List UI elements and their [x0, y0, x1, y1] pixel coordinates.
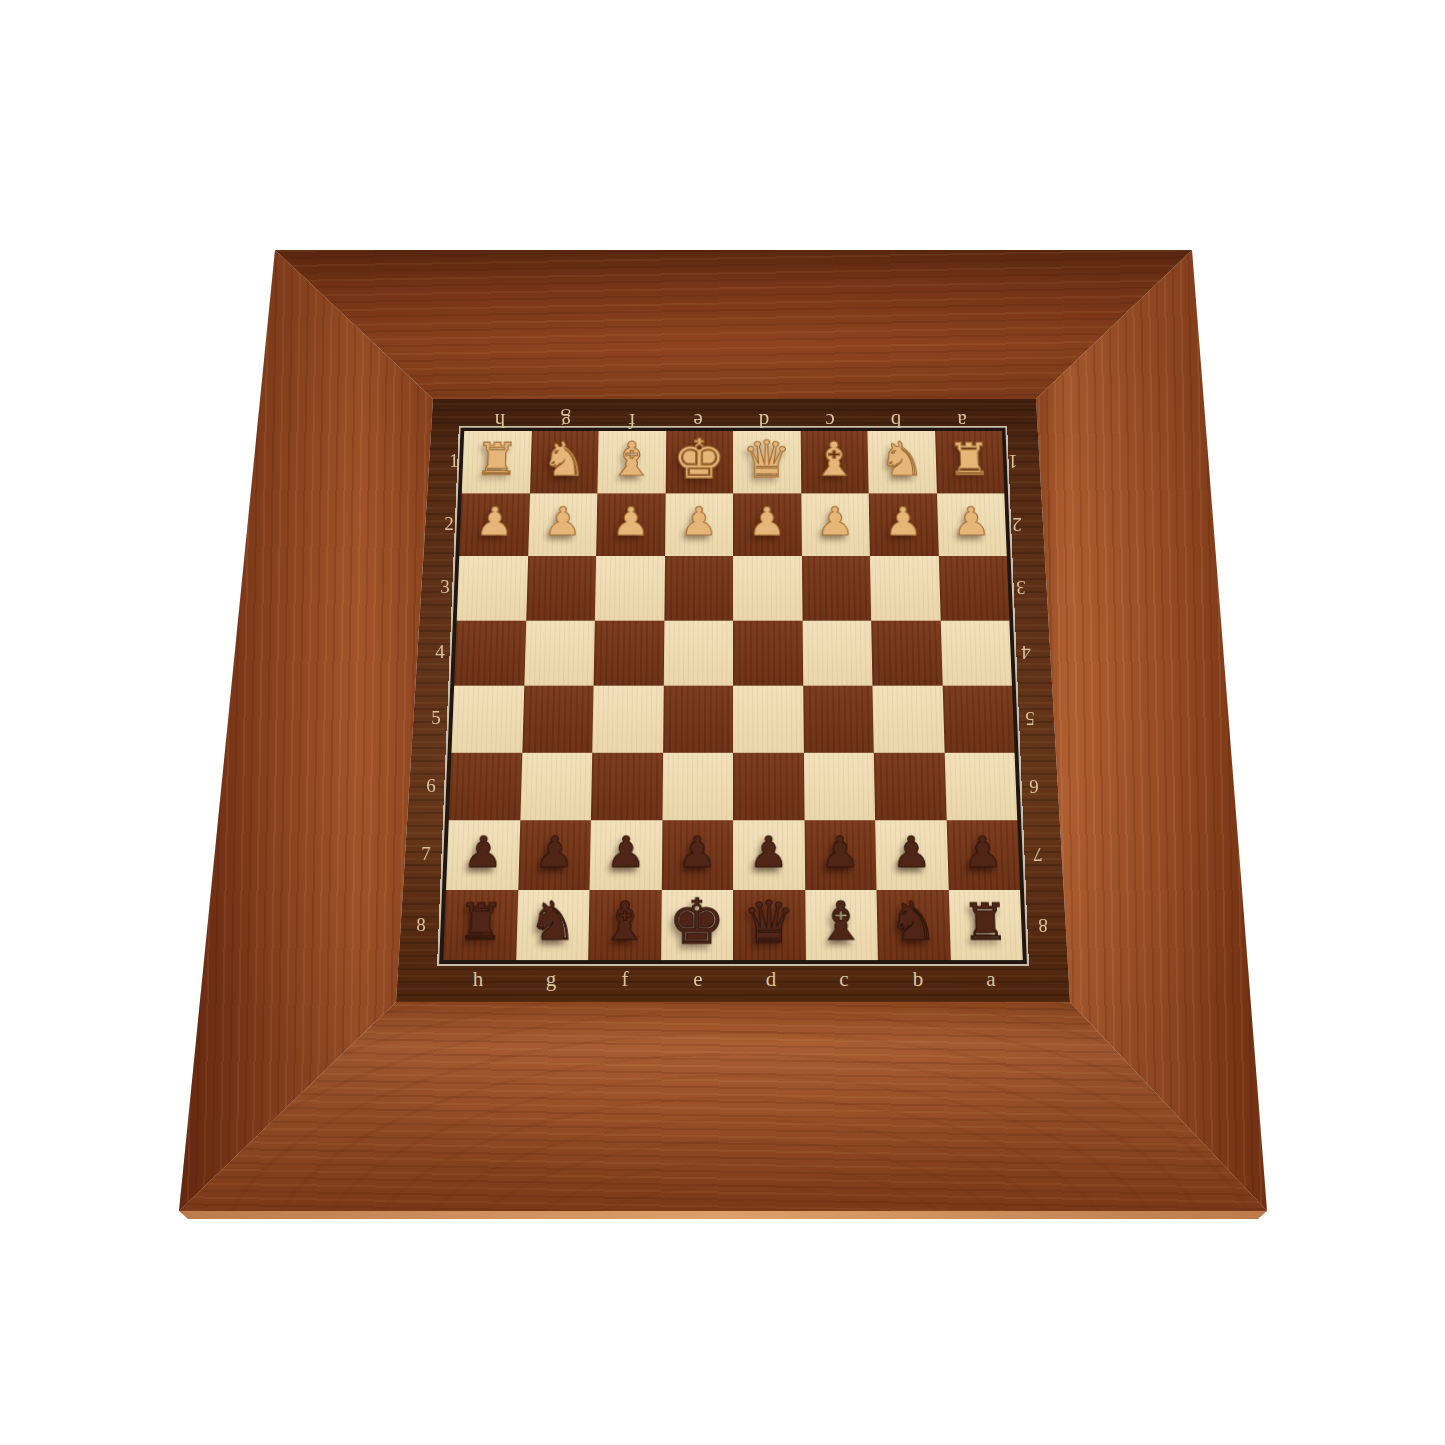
- square-e4[interactable]: [663, 620, 733, 685]
- square-f6[interactable]: [591, 752, 663, 820]
- rank-label-left-3: 3: [440, 576, 450, 598]
- file-label-top-d: d: [759, 408, 770, 433]
- square-b1[interactable]: ♞: [867, 431, 936, 493]
- rank-label-left-4: 4: [435, 641, 445, 663]
- file-label-top-g: g: [561, 408, 572, 433]
- square-g7[interactable]: ♟: [518, 820, 591, 889]
- rank-label-left-7: 7: [421, 843, 431, 865]
- rank-label-right-7: 7: [1033, 843, 1043, 865]
- square-c4[interactable]: [802, 620, 872, 685]
- square-c7[interactable]: ♟: [804, 820, 876, 889]
- square-d1[interactable]: ♛: [733, 431, 801, 493]
- piece-white-pawn[interactable]: ♟: [884, 502, 923, 541]
- piece-black-pawn[interactable]: ♟: [891, 830, 932, 873]
- piece-black-pawn[interactable]: ♟: [534, 830, 575, 873]
- piece-white-knight[interactable]: ♞: [541, 436, 588, 483]
- file-label-bottom-e: e: [693, 967, 702, 992]
- square-f2[interactable]: ♟: [596, 493, 665, 556]
- rank-label-right-6: 6: [1029, 775, 1039, 797]
- square-b4[interactable]: [871, 620, 942, 685]
- piece-black-pawn[interactable]: ♟: [962, 830, 1003, 873]
- file-label-bottom-h: h: [473, 967, 484, 992]
- square-f8[interactable]: ♝: [588, 890, 661, 961]
- file-label-bottom-f: f: [622, 967, 629, 992]
- board-pinstripe-outer: ♜♞♝♚♛♝♞♜♟♟♟♟♟♟♟♟♟♟♟♟♟♟♟♟♜♞♝♚♛♝♞♜: [437, 426, 1029, 966]
- square-f1[interactable]: ♝: [597, 431, 665, 493]
- piece-white-pawn[interactable]: ♟: [612, 502, 650, 541]
- file-label-bottom-a: a: [986, 967, 995, 992]
- piece-white-pawn[interactable]: ♟: [543, 502, 582, 541]
- square-e6[interactable]: [662, 752, 733, 820]
- piece-black-knight[interactable]: ♞: [888, 895, 938, 949]
- rank-label-left-6: 6: [426, 775, 436, 797]
- piece-white-knight[interactable]: ♞: [878, 436, 925, 483]
- rank-label-right-3: 3: [1016, 576, 1026, 598]
- square-h2[interactable]: ♟: [459, 493, 529, 556]
- square-a3[interactable]: [938, 556, 1009, 620]
- piece-black-pawn[interactable]: ♟: [749, 830, 789, 873]
- file-label-top-f: f: [629, 408, 636, 433]
- square-e7[interactable]: ♟: [661, 820, 733, 889]
- piece-white-bishop[interactable]: ♝: [608, 436, 655, 483]
- file-label-bottom-c: c: [839, 967, 848, 992]
- square-d4[interactable]: [733, 620, 803, 685]
- square-g5[interactable]: [522, 686, 594, 753]
- square-g8[interactable]: ♞: [516, 890, 590, 961]
- square-e5[interactable]: [663, 686, 733, 753]
- piece-white-queen[interactable]: ♛: [742, 434, 792, 485]
- square-d8[interactable]: ♛: [733, 890, 805, 961]
- file-label-top-c: c: [825, 408, 834, 433]
- piece-white-bishop[interactable]: ♝: [811, 436, 858, 483]
- square-c1[interactable]: ♝: [800, 431, 868, 493]
- square-h7[interactable]: ♟: [446, 820, 520, 889]
- square-g3[interactable]: [526, 556, 596, 620]
- square-e2[interactable]: ♟: [665, 493, 733, 556]
- piece-black-pawn[interactable]: ♟: [606, 830, 646, 873]
- file-label-top-a: a: [957, 408, 966, 433]
- piece-white-pawn[interactable]: ♟: [475, 502, 514, 541]
- piece-black-queen[interactable]: ♛: [742, 893, 796, 951]
- square-b3[interactable]: [870, 556, 940, 620]
- piece-white-pawn[interactable]: ♟: [680, 502, 718, 541]
- rank-label-left-2: 2: [444, 513, 454, 535]
- square-b2[interactable]: ♟: [869, 493, 939, 556]
- square-e1[interactable]: ♚: [665, 431, 733, 493]
- square-d6[interactable]: [733, 752, 804, 820]
- square-b6[interactable]: [874, 752, 946, 820]
- file-label-bottom-b: b: [913, 967, 924, 992]
- piece-white-rook[interactable]: ♜: [947, 437, 992, 481]
- piece-white-pawn[interactable]: ♟: [952, 502, 991, 541]
- square-d3[interactable]: [733, 556, 802, 620]
- chessboard: ♜♞♝♚♛♝♞♜♟♟♟♟♟♟♟♟♟♟♟♟♟♟♟♟♜♞♝♚♛♝♞♜: [443, 431, 1023, 960]
- square-a6[interactable]: [944, 752, 1017, 820]
- rank-label-right-1: 1: [1008, 450, 1018, 472]
- rank-label-right-2: 2: [1012, 513, 1022, 535]
- piece-white-pawn[interactable]: ♟: [816, 502, 854, 541]
- piece-black-king[interactable]: ♚: [668, 891, 725, 953]
- square-h5[interactable]: [451, 686, 523, 753]
- square-h8[interactable]: ♜: [443, 890, 518, 961]
- piece-white-king[interactable]: ♚: [672, 432, 726, 487]
- square-d5[interactable]: [733, 686, 803, 753]
- file-label-top-e: e: [693, 408, 702, 433]
- file-label-top-b: b: [891, 408, 902, 433]
- square-a5[interactable]: [942, 686, 1014, 753]
- square-c5[interactable]: [803, 686, 874, 753]
- square-c3[interactable]: [801, 556, 871, 620]
- piece-white-pawn[interactable]: ♟: [748, 502, 786, 541]
- square-c8[interactable]: ♝: [805, 890, 878, 961]
- square-h3[interactable]: [457, 556, 528, 620]
- piece-black-bishop[interactable]: ♝: [600, 895, 650, 949]
- square-b5[interactable]: [872, 686, 944, 753]
- square-a1[interactable]: ♜: [935, 431, 1005, 493]
- square-h4[interactable]: [454, 620, 526, 685]
- piece-black-pawn[interactable]: ♟: [463, 830, 504, 873]
- square-a8[interactable]: ♜: [948, 890, 1023, 961]
- square-c2[interactable]: ♟: [801, 493, 870, 556]
- chess-table-photo: ♜♞♝♚♛♝♞♜♟♟♟♟♟♟♟♟♟♟♟♟♟♟♟♟♜♞♝♚♛♝♞♜ 11hh22g…: [0, 0, 1445, 1445]
- square-h6[interactable]: [449, 752, 522, 820]
- square-g2[interactable]: ♟: [528, 493, 598, 556]
- square-a2[interactable]: ♟: [936, 493, 1006, 556]
- rank-label-right-8: 8: [1038, 914, 1048, 936]
- square-d2[interactable]: ♟: [733, 493, 801, 556]
- square-g4[interactable]: [524, 620, 595, 685]
- square-g6[interactable]: [520, 752, 592, 820]
- square-a7[interactable]: ♟: [946, 820, 1020, 889]
- square-d7[interactable]: ♟: [733, 820, 805, 889]
- file-label-bottom-d: d: [766, 967, 777, 992]
- square-a4[interactable]: [940, 620, 1012, 685]
- square-f5[interactable]: [592, 686, 663, 753]
- file-label-top-h: h: [495, 408, 506, 433]
- piece-white-rook[interactable]: ♜: [474, 437, 519, 481]
- rank-label-right-5: 5: [1025, 707, 1035, 729]
- square-b7[interactable]: ♟: [875, 820, 948, 889]
- square-g1[interactable]: ♞: [530, 431, 599, 493]
- square-c6[interactable]: [803, 752, 875, 820]
- square-b8[interactable]: ♞: [876, 890, 950, 961]
- square-e3[interactable]: [664, 556, 733, 620]
- square-h1[interactable]: ♜: [462, 431, 532, 493]
- square-f4[interactable]: [594, 620, 664, 685]
- square-e8[interactable]: ♚: [661, 890, 733, 961]
- board-pinstripe-inner: ♜♞♝♚♛♝♞♜♟♟♟♟♟♟♟♟♟♟♟♟♟♟♟♟♜♞♝♚♛♝♞♜: [439, 428, 1027, 964]
- piece-black-knight[interactable]: ♞: [528, 895, 578, 949]
- piece-black-rook[interactable]: ♜: [961, 896, 1009, 947]
- rank-label-right-4: 4: [1021, 641, 1031, 663]
- piece-black-rook[interactable]: ♜: [457, 896, 505, 947]
- rank-label-left-8: 8: [416, 914, 426, 936]
- piece-black-pawn[interactable]: ♟: [820, 830, 860, 873]
- piece-black-bishop[interactable]: ♝: [816, 895, 866, 949]
- rank-label-left-5: 5: [431, 707, 441, 729]
- square-f3[interactable]: [595, 556, 665, 620]
- square-f7[interactable]: ♟: [590, 820, 662, 889]
- piece-black-pawn[interactable]: ♟: [677, 830, 717, 873]
- file-label-bottom-g: g: [546, 967, 557, 992]
- rank-label-left-1: 1: [449, 450, 459, 472]
